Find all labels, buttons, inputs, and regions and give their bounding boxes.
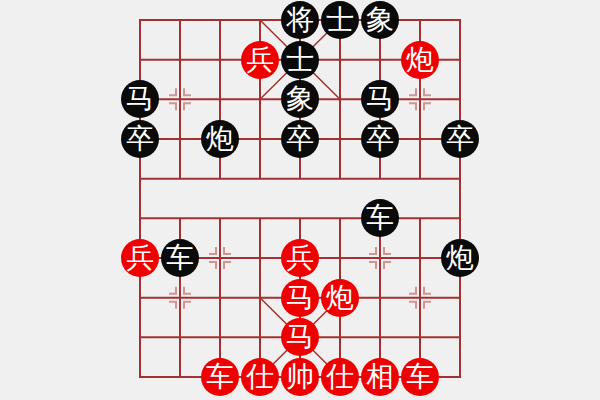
- piece-black-cannon-2[interactable]: 炮: [441, 239, 479, 277]
- piece-red-horse-2[interactable]: 马: [281, 318, 319, 356]
- piece-black-soldier-2[interactable]: 卒: [281, 120, 319, 158]
- piece-black-cannon-1[interactable]: 炮: [201, 120, 239, 158]
- piece-red-chariot-1[interactable]: 车: [201, 358, 239, 396]
- piece-red-soldier-3[interactable]: 兵: [281, 239, 319, 277]
- piece-black-elephant-1[interactable]: 象: [361, 1, 399, 39]
- piece-black-horse-2[interactable]: 马: [361, 80, 399, 118]
- piece-red-soldier-1[interactable]: 兵: [241, 41, 279, 79]
- piece-black-soldier-3[interactable]: 卒: [361, 120, 399, 158]
- piece-black-general[interactable]: 将: [281, 1, 319, 39]
- piece-red-soldier-2[interactable]: 兵: [121, 239, 159, 277]
- piece-red-elephant-1[interactable]: 相: [361, 358, 399, 396]
- piece-black-elephant-2[interactable]: 象: [281, 80, 319, 118]
- piece-black-chariot-1[interactable]: 车: [361, 199, 399, 237]
- piece-red-cannon-1[interactable]: 炮: [401, 41, 439, 79]
- piece-black-horse-1[interactable]: 马: [121, 80, 159, 118]
- piece-black-chariot-2[interactable]: 车: [161, 239, 199, 277]
- piece-black-advisor-1[interactable]: 士: [321, 1, 359, 39]
- piece-black-advisor-2[interactable]: 士: [281, 41, 319, 79]
- piece-red-chariot-2[interactable]: 车: [401, 358, 439, 396]
- piece-red-cannon-2[interactable]: 炮: [321, 279, 359, 317]
- piece-red-advisor-2[interactable]: 仕: [321, 358, 359, 396]
- piece-layer: 将士象士马象马卒炮卒卒卒车车炮兵炮兵兵马炮马车仕帅仕相车: [120, 0, 480, 397]
- piece-red-horse-1[interactable]: 马: [281, 279, 319, 317]
- xiangqi-board-screen: 将士象士马象马卒炮卒卒卒车车炮兵炮兵兵马炮马车仕帅仕相车: [0, 0, 600, 400]
- piece-black-soldier-4[interactable]: 卒: [441, 120, 479, 158]
- piece-black-soldier-1[interactable]: 卒: [121, 120, 159, 158]
- piece-red-advisor-1[interactable]: 仕: [241, 358, 279, 396]
- piece-red-king[interactable]: 帅: [281, 358, 319, 396]
